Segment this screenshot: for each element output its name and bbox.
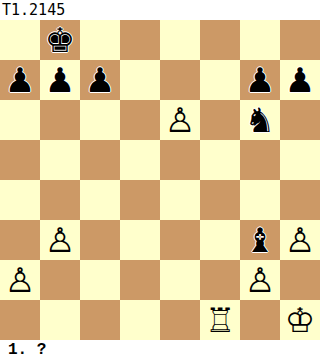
square-c5[interactable] [80, 140, 120, 180]
black-pawn: ♟ [85, 63, 115, 97]
square-f7[interactable] [200, 60, 240, 100]
square-a8[interactable] [0, 20, 40, 60]
square-b3[interactable]: ♙ [40, 220, 80, 260]
square-f8[interactable] [200, 20, 240, 60]
square-c1[interactable] [80, 300, 120, 340]
square-b6[interactable] [40, 100, 80, 140]
square-b4[interactable] [40, 180, 80, 220]
square-a6[interactable] [0, 100, 40, 140]
square-h8[interactable] [280, 20, 320, 60]
square-c8[interactable] [80, 20, 120, 60]
square-f5[interactable] [200, 140, 240, 180]
square-b5[interactable] [40, 140, 80, 180]
white-rook: ♖ [205, 303, 235, 337]
square-e1[interactable] [160, 300, 200, 340]
square-d1[interactable] [120, 300, 160, 340]
black-king: ♚ [45, 23, 75, 57]
square-c4[interactable] [80, 180, 120, 220]
white-pawn: ♙ [245, 263, 275, 297]
square-e8[interactable] [160, 20, 200, 60]
square-d4[interactable] [120, 180, 160, 220]
square-d5[interactable] [120, 140, 160, 180]
square-c6[interactable] [80, 100, 120, 140]
square-d6[interactable] [120, 100, 160, 140]
square-h7[interactable]: ♟ [280, 60, 320, 100]
black-pawn: ♟ [245, 63, 275, 97]
square-g7[interactable]: ♟ [240, 60, 280, 100]
square-h5[interactable] [280, 140, 320, 180]
black-pawn: ♟ [45, 63, 75, 97]
square-h2[interactable] [280, 260, 320, 300]
black-pawn: ♟ [5, 63, 35, 97]
square-e4[interactable] [160, 180, 200, 220]
square-a4[interactable] [0, 180, 40, 220]
square-h3[interactable]: ♙ [280, 220, 320, 260]
square-c3[interactable] [80, 220, 120, 260]
black-knight: ♞ [245, 103, 275, 137]
white-king: ♔ [285, 303, 315, 337]
white-pawn: ♙ [165, 103, 195, 137]
square-c7[interactable]: ♟ [80, 60, 120, 100]
square-b7[interactable]: ♟ [40, 60, 80, 100]
square-a5[interactable] [0, 140, 40, 180]
white-pawn: ♙ [285, 223, 315, 257]
square-e2[interactable] [160, 260, 200, 300]
square-e7[interactable] [160, 60, 200, 100]
square-f2[interactable] [200, 260, 240, 300]
square-f1[interactable]: ♖ [200, 300, 240, 340]
square-b2[interactable] [40, 260, 80, 300]
black-bishop: ♝ [245, 223, 275, 257]
square-e3[interactable] [160, 220, 200, 260]
square-d2[interactable] [120, 260, 160, 300]
square-d7[interactable] [120, 60, 160, 100]
square-g1[interactable] [240, 300, 280, 340]
black-pawn: ♟ [285, 63, 315, 97]
square-a7[interactable]: ♟ [0, 60, 40, 100]
square-g2[interactable]: ♙ [240, 260, 280, 300]
square-g6[interactable]: ♞ [240, 100, 280, 140]
square-e5[interactable] [160, 140, 200, 180]
square-h6[interactable] [280, 100, 320, 140]
white-pawn: ♙ [45, 223, 75, 257]
square-a2[interactable]: ♙ [0, 260, 40, 300]
square-g5[interactable] [240, 140, 280, 180]
chess-puzzle-screen: T1.2145 ♚♟♟♟♟♟♙♞♙♝♙♙♙♖♔ 1. ? [0, 0, 320, 360]
puzzle-id: T1.2145 [0, 0, 320, 20]
chess-board: ♚♟♟♟♟♟♙♞♙♝♙♙♙♖♔ [0, 20, 320, 340]
square-f6[interactable] [200, 100, 240, 140]
square-h1[interactable]: ♔ [280, 300, 320, 340]
move-prompt: 1. ? [0, 340, 320, 360]
square-g3[interactable]: ♝ [240, 220, 280, 260]
square-c2[interactable] [80, 260, 120, 300]
square-g4[interactable] [240, 180, 280, 220]
square-g8[interactable] [240, 20, 280, 60]
square-a1[interactable] [0, 300, 40, 340]
square-d3[interactable] [120, 220, 160, 260]
square-b8[interactable]: ♚ [40, 20, 80, 60]
square-b1[interactable] [40, 300, 80, 340]
square-d8[interactable] [120, 20, 160, 60]
square-f4[interactable] [200, 180, 240, 220]
square-a3[interactable] [0, 220, 40, 260]
white-pawn: ♙ [5, 263, 35, 297]
square-f3[interactable] [200, 220, 240, 260]
square-e6[interactable]: ♙ [160, 100, 200, 140]
square-h4[interactable] [280, 180, 320, 220]
